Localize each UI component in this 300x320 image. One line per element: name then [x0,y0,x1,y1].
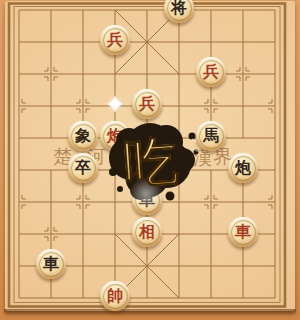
piece-glyph: 兵 [203,57,219,87]
piece-black-chariot-2[interactable]: 車 [36,249,66,279]
xiangqi-board[interactable]: 楚 河 漢 界 将兵兵兵象炮馬卒炮車相車車帥 [0,0,300,320]
piece-red-cannon[interactable]: 炮 [100,121,130,151]
piece-red-general[interactable]: 帥 [100,281,130,311]
piece-red-chariot[interactable]: 車 [228,217,258,247]
piece-glyph: 馬 [203,121,219,151]
pieces-layer: 将兵兵兵象炮馬卒炮車相車車帥 [0,0,300,320]
piece-black-chariot-1[interactable]: 車 [132,185,162,215]
piece-glyph: 炮 [107,121,123,151]
piece-black-general[interactable]: 将 [164,0,194,23]
piece-glyph: 車 [235,217,251,247]
piece-black-soldier[interactable]: 卒 [68,153,98,183]
piece-glyph: 炮 [235,153,251,183]
piece-black-cannon[interactable]: 炮 [228,153,258,183]
piece-black-horse[interactable]: 馬 [196,121,226,151]
piece-glyph: 相 [139,217,155,247]
piece-glyph: 卒 [75,153,91,183]
piece-red-soldier-2[interactable]: 兵 [196,57,226,87]
piece-glyph: 車 [43,249,59,279]
piece-black-elephant[interactable]: 象 [68,121,98,151]
piece-glyph: 将 [171,0,187,23]
piece-red-soldier-1[interactable]: 兵 [100,25,130,55]
piece-red-elephant[interactable]: 相 [132,217,162,247]
piece-glyph: 兵 [139,89,155,119]
piece-red-soldier-3[interactable]: 兵 [132,89,162,119]
piece-glyph: 帥 [107,281,123,311]
piece-glyph: 象 [75,121,91,151]
piece-glyph: 兵 [107,25,123,55]
piece-glyph: 車 [139,185,155,215]
